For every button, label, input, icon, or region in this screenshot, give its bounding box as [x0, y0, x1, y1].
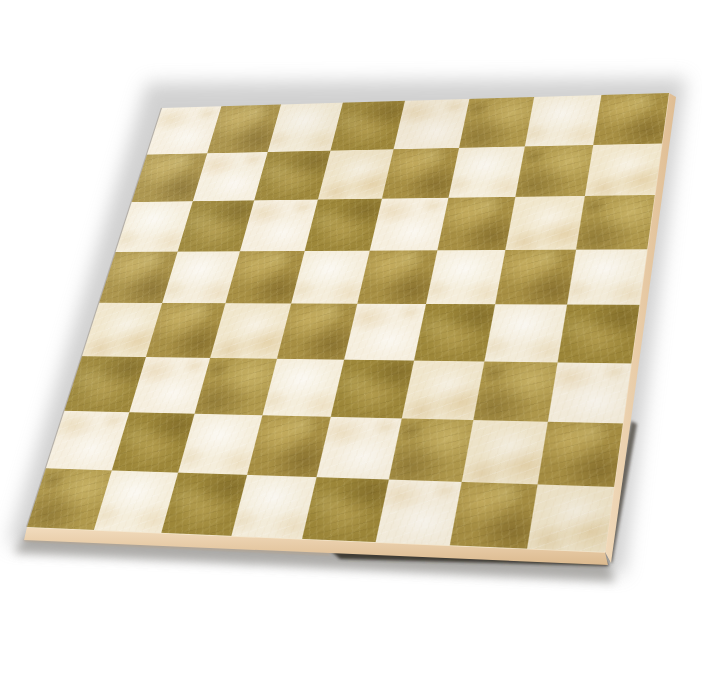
product-photo-canvas	[0, 0, 702, 700]
square-d7	[317, 149, 393, 200]
square-g3	[473, 361, 557, 422]
square-h4	[557, 305, 639, 363]
square-h1	[526, 484, 614, 552]
square-g7	[515, 145, 592, 197]
square-g2	[462, 420, 547, 484]
square-e8	[394, 99, 469, 149]
square-f2	[388, 418, 473, 481]
square-g5	[495, 249, 575, 304]
square-h5	[566, 249, 647, 305]
square-g6	[505, 196, 584, 250]
square-e7	[382, 147, 459, 198]
square-e4	[344, 304, 425, 360]
square-h6	[576, 195, 655, 249]
square-f3	[401, 360, 484, 420]
square-h8	[593, 93, 669, 145]
square-g1	[450, 481, 537, 548]
square-d6	[304, 199, 382, 251]
square-h2	[537, 422, 623, 487]
square-h7	[584, 143, 662, 196]
square-f1	[375, 479, 462, 545]
square-f6	[437, 197, 515, 250]
square-f7	[448, 146, 525, 198]
square-e5	[357, 250, 437, 304]
square-h3	[547, 362, 631, 423]
square-e2	[317, 417, 402, 479]
square-e6	[370, 198, 448, 250]
square-g4	[484, 304, 566, 362]
square-e1	[302, 477, 388, 542]
square-f5	[425, 250, 505, 305]
square-f8	[459, 97, 535, 147]
square-g8	[525, 95, 601, 146]
square-f4	[414, 304, 496, 361]
square-e3	[331, 359, 414, 418]
square-d8	[330, 101, 405, 150]
